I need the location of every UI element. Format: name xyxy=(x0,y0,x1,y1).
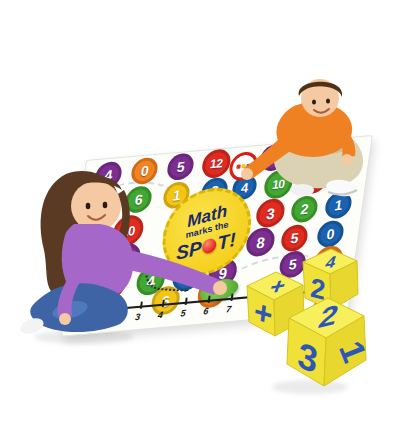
girl-figure xyxy=(8,158,258,348)
girl-support-hand xyxy=(59,313,71,325)
boy-reaching-hand xyxy=(241,168,253,180)
girl-hand xyxy=(213,281,227,295)
boy-resting-hand xyxy=(341,154,353,166)
girl-face xyxy=(71,181,121,231)
girl-eye-right xyxy=(103,202,108,208)
boy-eye-right xyxy=(326,98,330,103)
boy-figure xyxy=(236,76,396,206)
boy-eye-left xyxy=(312,99,316,104)
boy-white-sneaker-left xyxy=(290,184,314,196)
number-die-front: 2 3 1 xyxy=(276,286,376,392)
product-photo-math-marks-the-spot: 4051279661341065103211085024395867 Math … xyxy=(0,0,420,435)
girl-eye-left xyxy=(86,203,91,209)
die-front-operator: + xyxy=(252,293,274,334)
